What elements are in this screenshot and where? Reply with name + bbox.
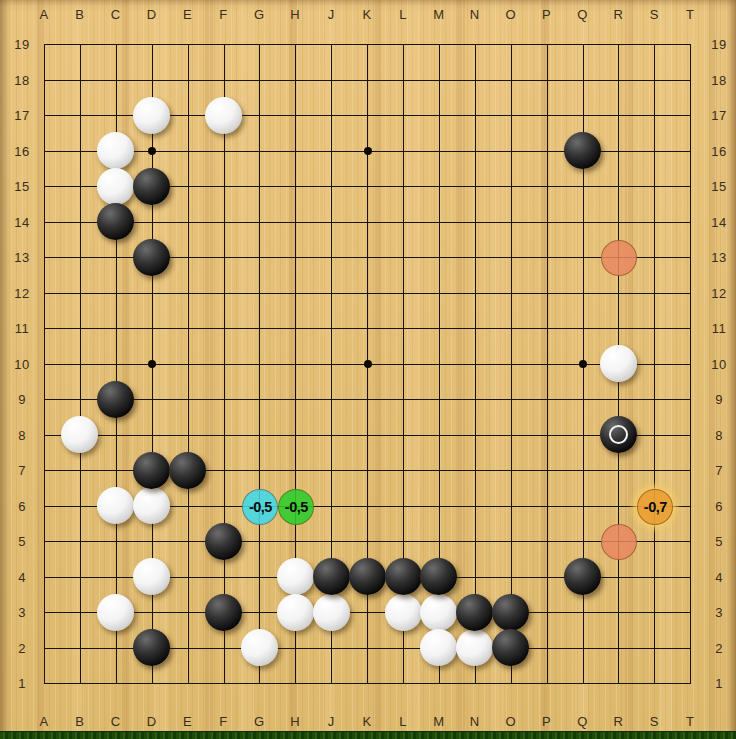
row-label-left: 2 xyxy=(18,641,26,654)
star-point xyxy=(364,147,372,155)
row-label-right: 11 xyxy=(712,322,727,335)
grid-line-horizontal xyxy=(44,612,691,613)
stone-black[interactable] xyxy=(205,523,242,560)
grass-strip xyxy=(0,731,736,739)
row-label-left: 7 xyxy=(18,464,26,477)
column-label-top: A xyxy=(39,8,48,21)
stone-black[interactable] xyxy=(205,594,242,631)
stone-black[interactable] xyxy=(133,629,170,666)
row-label-right: 5 xyxy=(715,535,723,548)
row-label-left: 10 xyxy=(14,357,29,370)
stone-black[interactable] xyxy=(97,381,134,418)
stone-white[interactable] xyxy=(133,487,170,524)
column-label-top: D xyxy=(147,8,157,21)
column-label-bottom: T xyxy=(686,715,694,728)
stone-white[interactable] xyxy=(241,629,278,666)
column-label-top: L xyxy=(399,8,407,21)
stone-white[interactable] xyxy=(97,168,134,205)
column-label-bottom: M xyxy=(433,715,444,728)
star-point xyxy=(364,360,372,368)
row-label-left: 16 xyxy=(14,144,29,157)
row-label-left: 4 xyxy=(18,570,26,583)
stone-black[interactable] xyxy=(133,168,170,205)
column-label-top: K xyxy=(363,8,372,21)
column-label-bottom: R xyxy=(613,715,623,728)
row-label-left: 3 xyxy=(18,606,26,619)
column-label-top: G xyxy=(254,8,265,21)
row-label-left: 17 xyxy=(14,109,29,122)
column-label-bottom: J xyxy=(328,715,335,728)
column-label-bottom: A xyxy=(39,715,48,728)
analysis-stone[interactable] xyxy=(601,524,637,560)
stone-black[interactable] xyxy=(456,594,493,631)
row-label-left: 12 xyxy=(14,286,29,299)
column-label-top: Q xyxy=(577,8,588,21)
row-label-left: 11 xyxy=(15,322,30,335)
grid-line-vertical xyxy=(475,44,476,684)
star-point xyxy=(148,147,156,155)
row-label-right: 18 xyxy=(711,73,726,86)
row-label-right: 3 xyxy=(715,606,723,619)
go-board: AABBCCDDEEFFGGHHJJKKLLMMNNOOPPQQRRSSTT19… xyxy=(0,0,736,739)
column-label-bottom: E xyxy=(183,715,192,728)
row-label-right: 16 xyxy=(711,144,726,157)
row-label-right: 9 xyxy=(715,393,723,406)
stone-white[interactable] xyxy=(133,97,170,134)
stone-white[interactable] xyxy=(456,629,493,666)
stone-white[interactable] xyxy=(61,416,98,453)
grid-line-horizontal xyxy=(44,683,691,684)
grid-line-horizontal xyxy=(44,435,691,436)
stone-black[interactable] xyxy=(313,558,350,595)
column-label-top: H xyxy=(290,8,300,21)
stone-white[interactable] xyxy=(277,594,314,631)
stone-white[interactable] xyxy=(420,594,457,631)
row-label-right: 14 xyxy=(711,215,726,228)
last-move-marker xyxy=(609,425,628,444)
stone-white[interactable] xyxy=(97,132,134,169)
grid-line-vertical xyxy=(690,44,691,684)
column-label-bottom: G xyxy=(254,715,265,728)
row-label-left: 15 xyxy=(14,180,29,193)
row-label-right: 12 xyxy=(711,286,726,299)
row-label-left: 6 xyxy=(18,499,26,512)
column-label-top: N xyxy=(470,8,480,21)
column-label-top: S xyxy=(650,8,659,21)
analysis-stone[interactable] xyxy=(601,240,637,276)
stone-white[interactable] xyxy=(97,487,134,524)
row-label-right: 2 xyxy=(715,641,723,654)
star-point xyxy=(148,360,156,368)
column-label-bottom: L xyxy=(399,715,407,728)
star-point xyxy=(579,360,587,368)
column-label-bottom: N xyxy=(470,715,480,728)
stone-black[interactable] xyxy=(420,558,457,595)
column-label-top: E xyxy=(183,8,192,21)
analysis-stone[interactable]: -0,5 xyxy=(278,489,314,525)
row-label-left: 19 xyxy=(14,38,29,51)
analysis-stone[interactable]: -0,5 xyxy=(242,489,278,525)
row-label-left: 1 xyxy=(18,677,26,690)
stone-white[interactable] xyxy=(205,97,242,134)
stone-black[interactable] xyxy=(133,239,170,276)
row-label-right: 10 xyxy=(711,357,726,370)
grid-line-vertical xyxy=(654,44,655,684)
stone-black[interactable] xyxy=(492,594,529,631)
row-label-left: 13 xyxy=(14,251,29,264)
stone-white[interactable] xyxy=(385,594,422,631)
column-label-bottom: D xyxy=(147,715,157,728)
column-label-bottom: S xyxy=(650,715,659,728)
stone-white[interactable] xyxy=(277,558,314,595)
stone-black[interactable] xyxy=(385,558,422,595)
stone-black[interactable] xyxy=(133,452,170,489)
column-label-top: B xyxy=(75,8,84,21)
stone-black[interactable] xyxy=(600,416,637,453)
row-label-right: 1 xyxy=(715,677,723,690)
row-label-right: 13 xyxy=(711,251,726,264)
analysis-stone[interactable]: -0,7 xyxy=(637,489,673,525)
stone-white[interactable] xyxy=(313,594,350,631)
stone-black[interactable] xyxy=(97,203,134,240)
column-label-top: R xyxy=(613,8,623,21)
stone-black[interactable] xyxy=(169,452,206,489)
column-label-bottom: B xyxy=(75,715,84,728)
column-label-top: J xyxy=(328,8,335,21)
grid-line-horizontal xyxy=(44,399,691,400)
row-label-left: 8 xyxy=(18,428,26,441)
stone-white[interactable] xyxy=(600,345,637,382)
row-label-right: 7 xyxy=(715,464,723,477)
column-label-top: P xyxy=(542,8,551,21)
grid-line-vertical xyxy=(547,44,548,684)
column-label-top: M xyxy=(433,8,444,21)
row-label-right: 8 xyxy=(715,428,723,441)
column-label-bottom: K xyxy=(363,715,372,728)
column-label-top: F xyxy=(219,8,227,21)
row-label-left: 5 xyxy=(18,535,26,548)
stone-black[interactable] xyxy=(564,558,601,595)
stone-black[interactable] xyxy=(492,629,529,666)
row-label-right: 4 xyxy=(715,570,723,583)
column-label-top: C xyxy=(111,8,121,21)
column-label-bottom: F xyxy=(219,715,227,728)
row-label-right: 6 xyxy=(715,499,723,512)
row-label-left: 18 xyxy=(14,73,29,86)
row-label-right: 17 xyxy=(711,109,726,122)
row-label-right: 19 xyxy=(711,38,726,51)
stone-white[interactable] xyxy=(133,558,170,595)
column-label-bottom: H xyxy=(290,715,300,728)
column-label-bottom: Q xyxy=(577,715,588,728)
stone-black[interactable] xyxy=(564,132,601,169)
column-label-bottom: C xyxy=(111,715,121,728)
column-label-bottom: O xyxy=(505,715,516,728)
row-label-left: 9 xyxy=(18,393,26,406)
stone-white[interactable] xyxy=(420,629,457,666)
row-label-right: 15 xyxy=(711,180,726,193)
column-label-top: T xyxy=(686,8,694,21)
row-label-left: 14 xyxy=(14,215,29,228)
grid-line-vertical xyxy=(511,44,512,684)
column-label-top: O xyxy=(505,8,516,21)
grid-line-horizontal xyxy=(44,541,691,542)
stone-black[interactable] xyxy=(349,558,386,595)
stone-white[interactable] xyxy=(97,594,134,631)
column-label-bottom: P xyxy=(542,715,551,728)
